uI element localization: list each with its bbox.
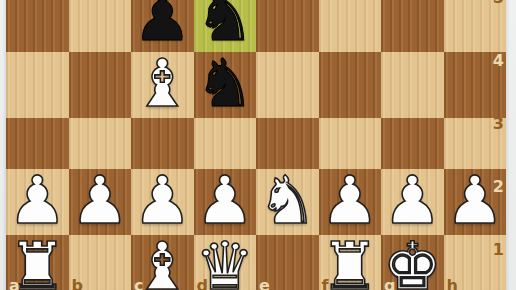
square-b1[interactable] <box>69 235 132 290</box>
white-pawn-b2[interactable]: ♟ <box>70 168 129 234</box>
white-pawn-d2[interactable]: ♟ <box>195 168 254 234</box>
square-g5[interactable] <box>381 0 444 52</box>
square-h5[interactable] <box>444 0 507 52</box>
white-pawn-f2[interactable]: ♟ <box>320 168 379 234</box>
white-bishop-c4[interactable]: ♝ <box>133 51 192 117</box>
square-h1[interactable] <box>444 235 507 290</box>
square-e5[interactable] <box>256 0 319 52</box>
square-b4[interactable] <box>69 52 132 118</box>
white-queen-d1[interactable]: ♛ <box>195 234 254 290</box>
white-pawn-g2[interactable]: ♟ <box>383 168 442 234</box>
square-e2[interactable]: ♞ <box>256 169 319 235</box>
square-e4[interactable] <box>256 52 319 118</box>
square-a5[interactable] <box>6 0 69 52</box>
square-a2[interactable]: ♟ <box>6 169 69 235</box>
white-pawn-h2[interactable]: ♟ <box>445 168 504 234</box>
square-c2[interactable]: ♟ <box>131 169 194 235</box>
white-rook-a1[interactable]: ♜ <box>8 234 67 290</box>
square-c4[interactable]: ♝ <box>131 52 194 118</box>
chess-board: ♟♞♝♞♟♟♟♟♞♟♟♟♜♝♛♜♚ <box>6 0 506 290</box>
square-a4[interactable] <box>6 52 69 118</box>
square-g1[interactable]: ♚ <box>381 235 444 290</box>
square-b2[interactable]: ♟ <box>69 169 132 235</box>
black-pawn-c5[interactable]: ♟ <box>133 0 192 51</box>
black-knight-d5[interactable]: ♞ <box>195 0 254 51</box>
white-pawn-a2[interactable]: ♟ <box>8 168 67 234</box>
square-d4[interactable]: ♞ <box>194 52 257 118</box>
square-f2[interactable]: ♟ <box>319 169 382 235</box>
square-a1[interactable]: ♜ <box>6 235 69 290</box>
square-d2[interactable]: ♟ <box>194 169 257 235</box>
white-knight-e2[interactable]: ♞ <box>258 168 317 234</box>
square-h2[interactable]: ♟ <box>444 169 507 235</box>
white-rook-f1[interactable]: ♜ <box>320 234 379 290</box>
square-c1[interactable]: ♝ <box>131 235 194 290</box>
square-b5[interactable] <box>69 0 132 52</box>
square-e1[interactable] <box>256 235 319 290</box>
square-d1[interactable]: ♛ <box>194 235 257 290</box>
page-background: ♟♞♝♞♟♟♟♟♞♟♟♟♜♝♛♜♚ 54321abcdefgh <box>0 0 516 290</box>
square-f1[interactable]: ♜ <box>319 235 382 290</box>
square-f4[interactable] <box>319 52 382 118</box>
white-king-g1[interactable]: ♚ <box>383 234 442 290</box>
black-knight-d4[interactable]: ♞ <box>195 51 254 117</box>
square-g2[interactable]: ♟ <box>381 169 444 235</box>
white-bishop-c1[interactable]: ♝ <box>133 234 192 290</box>
white-pawn-c2[interactable]: ♟ <box>133 168 192 234</box>
square-g4[interactable] <box>381 52 444 118</box>
square-h4[interactable] <box>444 52 507 118</box>
square-f5[interactable] <box>319 0 382 52</box>
